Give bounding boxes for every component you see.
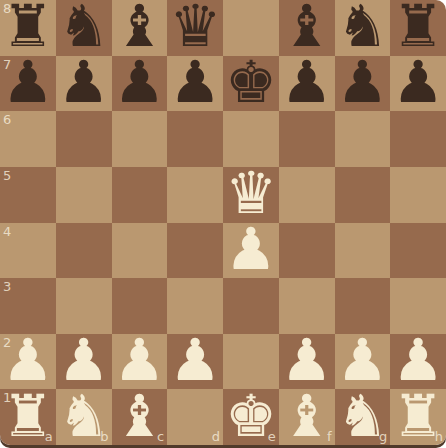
square-g4[interactable]	[335, 223, 391, 279]
file-label-d: d	[212, 430, 220, 443]
square-e3[interactable]	[223, 278, 279, 334]
square-g1[interactable]: g♞	[335, 389, 391, 445]
piece-black-pawn[interactable]: ♟	[113, 55, 165, 110]
square-a5[interactable]: 5	[0, 167, 56, 223]
square-f7[interactable]: ♟	[279, 56, 335, 112]
square-d6[interactable]	[167, 111, 223, 167]
square-d7[interactable]: ♟	[167, 56, 223, 112]
square-c5[interactable]	[112, 167, 168, 223]
piece-black-pawn[interactable]: ♟	[169, 55, 221, 110]
piece-black-pawn[interactable]: ♟	[58, 55, 110, 110]
square-d5[interactable]	[167, 167, 223, 223]
square-e1[interactable]: e♚	[223, 389, 279, 445]
piece-black-knight[interactable]: ♞	[336, 0, 388, 54]
rank-label-4: 4	[3, 225, 11, 238]
square-e4[interactable]: ♟	[223, 223, 279, 279]
piece-white-pawn[interactable]: ♟	[2, 333, 54, 388]
square-h5[interactable]	[390, 167, 446, 223]
piece-white-king[interactable]: ♚	[225, 389, 277, 444]
square-f6[interactable]	[279, 111, 335, 167]
piece-white-queen[interactable]: ♛	[225, 166, 277, 221]
piece-black-rook[interactable]: ♜	[2, 0, 54, 54]
piece-white-pawn[interactable]: ♟	[113, 333, 165, 388]
square-c6[interactable]	[112, 111, 168, 167]
square-h1[interactable]: h♜	[390, 389, 446, 445]
rank-label-5: 5	[3, 169, 11, 182]
square-c4[interactable]	[112, 223, 168, 279]
piece-black-pawn[interactable]: ♟	[281, 55, 333, 110]
square-c7[interactable]: ♟	[112, 56, 168, 112]
piece-white-bishop[interactable]: ♝	[281, 389, 333, 444]
square-b5[interactable]	[56, 167, 112, 223]
piece-white-pawn[interactable]: ♟	[392, 333, 444, 388]
piece-white-rook[interactable]: ♜	[2, 389, 54, 444]
rank-label-3: 3	[3, 280, 11, 293]
square-h4[interactable]	[390, 223, 446, 279]
piece-black-king[interactable]: ♚	[225, 55, 277, 110]
square-a4[interactable]: 4	[0, 223, 56, 279]
square-g7[interactable]: ♟	[335, 56, 391, 112]
piece-white-pawn[interactable]: ♟	[336, 333, 388, 388]
piece-black-queen[interactable]: ♛	[169, 0, 221, 54]
square-h6[interactable]	[390, 111, 446, 167]
square-a1[interactable]: 1a♜	[0, 389, 56, 445]
square-b6[interactable]	[56, 111, 112, 167]
square-c1[interactable]: c♝	[112, 389, 168, 445]
piece-black-pawn[interactable]: ♟	[392, 55, 444, 110]
piece-white-knight[interactable]: ♞	[58, 389, 110, 444]
piece-white-pawn[interactable]: ♟	[169, 333, 221, 388]
piece-black-bishop[interactable]: ♝	[113, 0, 165, 54]
square-b1[interactable]: b♞	[56, 389, 112, 445]
piece-black-knight[interactable]: ♞	[58, 0, 110, 54]
square-f1[interactable]: f♝	[279, 389, 335, 445]
square-d1[interactable]: d	[167, 389, 223, 445]
rank-label-6: 6	[3, 113, 11, 126]
piece-white-pawn[interactable]: ♟	[225, 222, 277, 277]
square-g5[interactable]	[335, 167, 391, 223]
square-a7[interactable]: 7♟	[0, 56, 56, 112]
chess-board: 8♜♞♝♛♝♞♜7♟♟♟♟♚♟♟♟65♛4♟32♟♟♟♟♟♟♟1a♜b♞c♝de…	[0, 0, 446, 445]
piece-white-bishop[interactable]: ♝	[113, 389, 165, 444]
square-a6[interactable]: 6	[0, 111, 56, 167]
piece-white-pawn[interactable]: ♟	[281, 333, 333, 388]
square-h7[interactable]: ♟	[390, 56, 446, 112]
square-e7[interactable]: ♚	[223, 56, 279, 112]
square-d4[interactable]	[167, 223, 223, 279]
square-b4[interactable]	[56, 223, 112, 279]
square-g6[interactable]	[335, 111, 391, 167]
piece-black-pawn[interactable]: ♟	[2, 55, 54, 110]
square-f4[interactable]	[279, 223, 335, 279]
piece-black-rook[interactable]: ♜	[392, 0, 444, 54]
square-b7[interactable]: ♟	[56, 56, 112, 112]
piece-white-knight[interactable]: ♞	[336, 389, 388, 444]
square-f5[interactable]	[279, 167, 335, 223]
piece-black-bishop[interactable]: ♝	[281, 0, 333, 54]
piece-black-pawn[interactable]: ♟	[336, 55, 388, 110]
piece-white-pawn[interactable]: ♟	[58, 333, 110, 388]
square-d2[interactable]: ♟	[167, 334, 223, 390]
piece-white-rook[interactable]: ♜	[392, 389, 444, 444]
